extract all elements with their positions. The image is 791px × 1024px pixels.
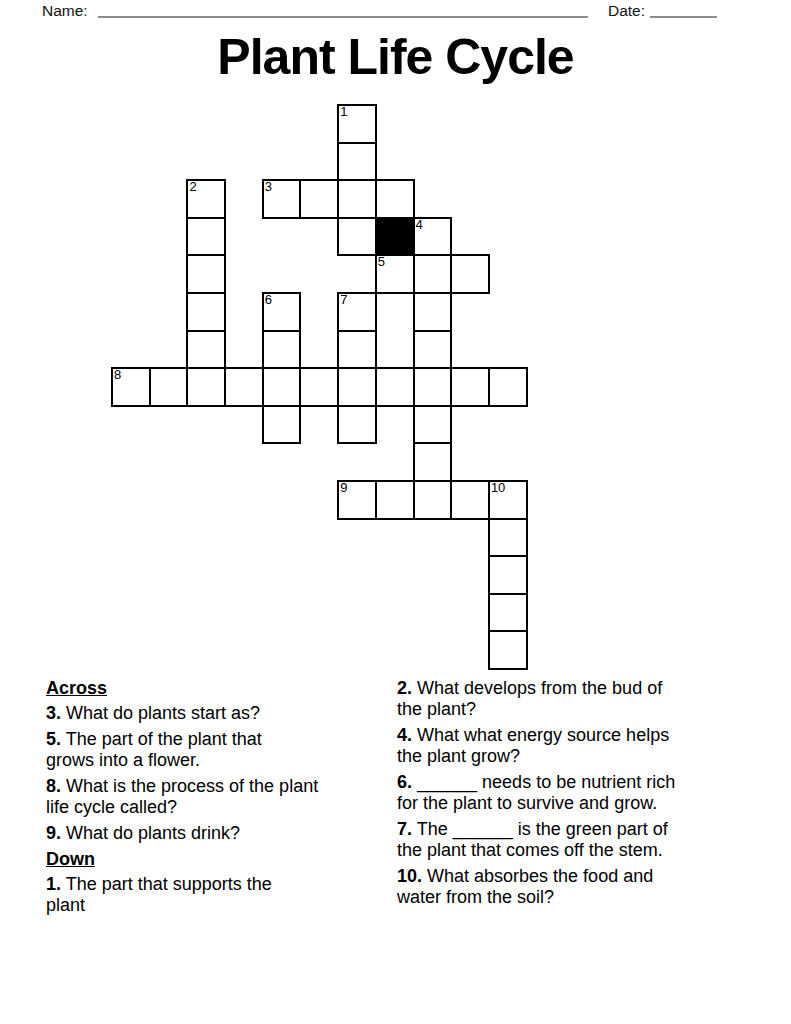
cell-number-label: 8: [114, 368, 121, 382]
grid-cell[interactable]: [451, 481, 489, 519]
grid-cell[interactable]: [414, 443, 452, 481]
cell-number-label: 2: [189, 180, 196, 194]
clue-5: 5. The part of the plant that grows into…: [46, 729, 408, 771]
grid-cell[interactable]: [150, 368, 188, 406]
cell-number-label: 5: [378, 255, 385, 269]
grid-cell[interactable]: [414, 255, 452, 293]
clue-10: 10. What absorbes the food and water fro…: [397, 866, 745, 908]
clue-number: 5.: [46, 729, 61, 749]
clues-right-column: 2. What develops from the bud of the pla…: [397, 678, 745, 913]
cell-number-label: 7: [340, 293, 347, 307]
grid-cell[interactable]: [263, 368, 301, 406]
clue-text: The part of the plant that grows into a …: [46, 729, 262, 770]
clue-7: 7. The ______ is the green part of the p…: [397, 819, 745, 861]
grid-cell[interactable]: [263, 406, 301, 444]
grid-cell[interactable]: 7: [338, 293, 376, 331]
grid-cell[interactable]: [187, 368, 225, 406]
clue-3: 3. What do plants start as?: [46, 703, 408, 724]
grid-cell[interactable]: [300, 180, 338, 218]
grid-cell[interactable]: [225, 368, 263, 406]
grid-cell[interactable]: [451, 255, 489, 293]
clue-text: What do plants start as?: [61, 703, 260, 723]
clue-number: 7.: [397, 819, 412, 839]
cell-number-label: 10: [491, 481, 505, 495]
clue-text: What develops from the bud of the plant?: [397, 678, 662, 719]
grid-cell[interactable]: [376, 180, 414, 218]
grid-cell[interactable]: [489, 631, 527, 669]
cell-number-label: 9: [340, 481, 347, 495]
grid-cell[interactable]: [489, 556, 527, 594]
clue-number: 6.: [397, 772, 412, 792]
grid-cell[interactable]: 4: [414, 218, 452, 256]
page-title: Plant Life Cycle: [0, 30, 791, 85]
grid-cell[interactable]: [338, 218, 376, 256]
clue-1: 1. The part that supports the plant: [46, 874, 408, 916]
clue-text: ______ needs to be nutrient rich for the…: [397, 772, 675, 813]
clue-text: The ______ is the green part of the plan…: [397, 819, 668, 860]
grid-cell[interactable]: 2: [187, 180, 225, 218]
grid-cell[interactable]: [414, 406, 452, 444]
grid-cell[interactable]: [187, 331, 225, 369]
grid-cell[interactable]: 6: [263, 293, 301, 331]
clue-number: 2.: [397, 678, 412, 698]
grid-cell[interactable]: [414, 481, 452, 519]
clue-number: 10.: [397, 866, 422, 886]
clues-left-column: Across3. What do plants start as?5. The …: [46, 678, 408, 921]
grid-cell[interactable]: [376, 368, 414, 406]
grid-cell[interactable]: 10: [489, 481, 527, 519]
grid-cell[interactable]: [300, 368, 338, 406]
cell-number-label: 1: [340, 105, 347, 119]
cell-number-label: 3: [265, 180, 272, 194]
crossword-grid: 12345678910: [112, 105, 527, 669]
clue-number: 9.: [46, 823, 61, 843]
clue-text: What what energy source helps the plant …: [397, 725, 669, 766]
grid-cell[interactable]: [263, 331, 301, 369]
clue-8: 8. What is the process of the plant life…: [46, 776, 408, 818]
grid-cell[interactable]: [187, 293, 225, 331]
name-label: Name:: [42, 2, 88, 20]
grid-cell[interactable]: 8: [112, 368, 150, 406]
clue-number: 3.: [46, 703, 61, 723]
clue-text: What is the process of the plant life cy…: [46, 776, 318, 817]
grid-cell[interactable]: [338, 331, 376, 369]
cell-number-label: 4: [416, 218, 423, 232]
date-label: Date:: [608, 2, 645, 20]
date-field-line[interactable]: [650, 1, 717, 18]
grid-cell[interactable]: [187, 218, 225, 256]
down-heading: Down: [46, 849, 408, 870]
grid-cell[interactable]: [338, 406, 376, 444]
clue-number: 4.: [397, 725, 412, 745]
grid-cell[interactable]: 9: [338, 481, 376, 519]
grid-cell[interactable]: 5: [376, 255, 414, 293]
grid-cell[interactable]: [489, 594, 527, 632]
clue-4: 4. What what energy source helps the pla…: [397, 725, 745, 767]
grid-cell[interactable]: [489, 368, 527, 406]
black-cell: [376, 218, 414, 256]
name-field-line[interactable]: [98, 1, 588, 18]
grid-cell[interactable]: 3: [263, 180, 301, 218]
clue-text: What do plants drink?: [61, 823, 240, 843]
grid-cell[interactable]: 1: [338, 105, 376, 143]
across-heading: Across: [46, 678, 408, 699]
cell-number-label: 6: [265, 293, 272, 307]
clue-text: What absorbes the food and water from th…: [397, 866, 653, 907]
grid-cell[interactable]: [338, 180, 376, 218]
clue-2: 2. What develops from the bud of the pla…: [397, 678, 745, 720]
grid-cell[interactable]: [414, 368, 452, 406]
clue-number: 8.: [46, 776, 61, 796]
grid-cell[interactable]: [338, 368, 376, 406]
grid-cell[interactable]: [489, 519, 527, 557]
clue-6: 6. ______ needs to be nutrient rich for …: [397, 772, 745, 814]
grid-cell[interactable]: [187, 255, 225, 293]
clue-9: 9. What do plants drink?: [46, 823, 408, 844]
grid-cell[interactable]: [451, 368, 489, 406]
grid-cell[interactable]: [414, 293, 452, 331]
grid-cell[interactable]: [376, 481, 414, 519]
clue-text: The part that supports the plant: [46, 874, 272, 915]
clue-number: 1.: [46, 874, 61, 894]
grid-cell[interactable]: [414, 331, 452, 369]
grid-cell[interactable]: [338, 143, 376, 181]
